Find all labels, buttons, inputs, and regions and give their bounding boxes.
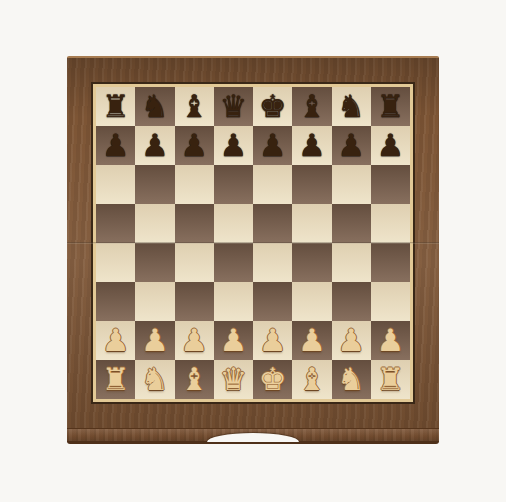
white-pawn-f2: ♟ — [298, 325, 326, 356]
square-h4 — [371, 243, 410, 282]
chess-set-product-photo: ♜♞♝♛♚♝♞♜♟♟♟♟♟♟♟♟♟♟♟♟♟♟♟♟♜♞♝♛♚♝♞♜ — [0, 0, 506, 502]
square-d4 — [214, 243, 253, 282]
black-rook-a8: ♜ — [102, 91, 130, 122]
square-g5 — [332, 204, 371, 243]
square-d5 — [214, 204, 253, 243]
white-pawn-b2: ♟ — [141, 325, 169, 356]
black-knight-b8: ♞ — [141, 91, 169, 122]
black-pawn-e7: ♟ — [259, 130, 287, 161]
black-pawn-d7: ♟ — [219, 130, 247, 161]
square-f7: ♟ — [292, 126, 331, 165]
white-rook-a1: ♜ — [102, 364, 130, 395]
square-f1: ♝ — [292, 360, 331, 399]
case-front-edge — [67, 428, 439, 444]
black-knight-g8: ♞ — [337, 91, 365, 122]
white-pawn-g2: ♟ — [337, 325, 365, 356]
square-c7: ♟ — [175, 126, 214, 165]
square-h8: ♜ — [371, 87, 410, 126]
square-c5 — [175, 204, 214, 243]
square-g6 — [332, 165, 371, 204]
white-pawn-e2: ♟ — [259, 325, 287, 356]
square-g1: ♞ — [332, 360, 371, 399]
white-pawn-a2: ♟ — [102, 325, 130, 356]
white-queen-d1: ♛ — [219, 364, 247, 395]
square-e2: ♟ — [253, 321, 292, 360]
square-b2: ♟ — [135, 321, 174, 360]
board-frame: ♜♞♝♛♚♝♞♜♟♟♟♟♟♟♟♟♟♟♟♟♟♟♟♟♜♞♝♛♚♝♞♜ — [67, 56, 439, 428]
thumb-notch — [207, 433, 299, 442]
white-king-e1: ♚ — [259, 364, 287, 395]
square-f2: ♟ — [292, 321, 331, 360]
square-f8: ♝ — [292, 87, 331, 126]
square-d8: ♛ — [214, 87, 253, 126]
square-e1: ♚ — [253, 360, 292, 399]
white-bishop-f1: ♝ — [298, 364, 326, 395]
square-e5 — [253, 204, 292, 243]
square-g4 — [332, 243, 371, 282]
square-b1: ♞ — [135, 360, 174, 399]
white-knight-g1: ♞ — [337, 364, 365, 395]
square-f4 — [292, 243, 331, 282]
white-pawn-c2: ♟ — [180, 325, 208, 356]
square-h5 — [371, 204, 410, 243]
square-e8: ♚ — [253, 87, 292, 126]
square-h1: ♜ — [371, 360, 410, 399]
square-c4 — [175, 243, 214, 282]
white-rook-h1: ♜ — [376, 364, 404, 395]
square-c2: ♟ — [175, 321, 214, 360]
square-e3 — [253, 282, 292, 321]
black-bishop-f8: ♝ — [298, 91, 326, 122]
black-rook-h8: ♜ — [376, 91, 404, 122]
board-inlay-margin: ♜♞♝♛♚♝♞♜♟♟♟♟♟♟♟♟♟♟♟♟♟♟♟♟♜♞♝♛♚♝♞♜ — [91, 82, 415, 404]
square-b5 — [135, 204, 174, 243]
black-pawn-c7: ♟ — [180, 130, 208, 161]
square-b4 — [135, 243, 174, 282]
black-bishop-c8: ♝ — [180, 91, 208, 122]
square-g8: ♞ — [332, 87, 371, 126]
white-knight-b1: ♞ — [141, 364, 169, 395]
board-squares: ♜♞♝♛♚♝♞♜♟♟♟♟♟♟♟♟♟♟♟♟♟♟♟♟♜♞♝♛♚♝♞♜ — [96, 87, 410, 399]
square-c8: ♝ — [175, 87, 214, 126]
folding-chess-case: ♜♞♝♛♚♝♞♜♟♟♟♟♟♟♟♟♟♟♟♟♟♟♟♟♜♞♝♛♚♝♞♜ — [67, 56, 439, 444]
square-a8: ♜ — [96, 87, 135, 126]
black-pawn-b7: ♟ — [141, 130, 169, 161]
black-pawn-g7: ♟ — [337, 130, 365, 161]
square-a7: ♟ — [96, 126, 135, 165]
square-a1: ♜ — [96, 360, 135, 399]
black-king-e8: ♚ — [259, 91, 287, 122]
white-pawn-h2: ♟ — [376, 325, 404, 356]
square-g3 — [332, 282, 371, 321]
square-h3 — [371, 282, 410, 321]
square-b7: ♟ — [135, 126, 174, 165]
square-g7: ♟ — [332, 126, 371, 165]
square-b8: ♞ — [135, 87, 174, 126]
black-pawn-a7: ♟ — [102, 130, 130, 161]
square-d1: ♛ — [214, 360, 253, 399]
black-queen-d8: ♛ — [219, 91, 247, 122]
square-h2: ♟ — [371, 321, 410, 360]
square-c3 — [175, 282, 214, 321]
square-d3 — [214, 282, 253, 321]
square-f3 — [292, 282, 331, 321]
square-c1: ♝ — [175, 360, 214, 399]
square-f5 — [292, 204, 331, 243]
square-d2: ♟ — [214, 321, 253, 360]
square-a4 — [96, 243, 135, 282]
square-b6 — [135, 165, 174, 204]
square-e6 — [253, 165, 292, 204]
square-h7: ♟ — [371, 126, 410, 165]
square-a3 — [96, 282, 135, 321]
square-d6 — [214, 165, 253, 204]
white-bishop-c1: ♝ — [180, 364, 208, 395]
square-h6 — [371, 165, 410, 204]
square-e7: ♟ — [253, 126, 292, 165]
square-b3 — [135, 282, 174, 321]
black-pawn-h7: ♟ — [376, 130, 404, 161]
square-g2: ♟ — [332, 321, 371, 360]
square-a6 — [96, 165, 135, 204]
black-pawn-f7: ♟ — [298, 130, 326, 161]
white-pawn-d2: ♟ — [219, 325, 247, 356]
square-c6 — [175, 165, 214, 204]
square-d7: ♟ — [214, 126, 253, 165]
square-f6 — [292, 165, 331, 204]
square-a2: ♟ — [96, 321, 135, 360]
square-e4 — [253, 243, 292, 282]
square-a5 — [96, 204, 135, 243]
